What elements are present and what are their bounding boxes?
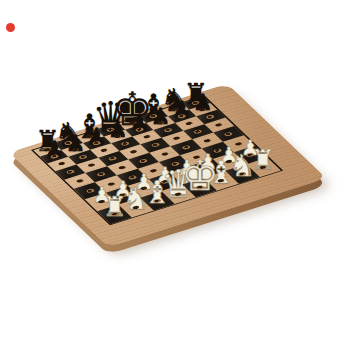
chess-board: ♜♞♝♛♚♝♞♜♟♟♟♟♟♟♟♟♟♟♟♟♟♟♟♟♜♞♝♛♚♝♞♜ <box>9 84 327 248</box>
red-marker-dot <box>6 23 15 32</box>
square-h1: ♜ <box>246 157 281 177</box>
product-photo: ♜♞♝♛♚♝♞♜♟♟♟♟♟♟♟♟♟♟♟♟♟♟♟♟♜♞♝♛♚♝♞♜ <box>0 0 340 340</box>
piece-white-rook: ♜ <box>251 146 275 173</box>
